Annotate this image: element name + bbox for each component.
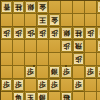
shogi-piece-sente[interactable]: 歩 [61, 66, 72, 78]
square-6-5[interactable] [37, 53, 49, 66]
square-1-7[interactable] [97, 79, 100, 92]
square-3-7[interactable]: 歩 [73, 79, 85, 92]
shogi-piece-gote[interactable]: 歩 [13, 27, 24, 39]
square-1-3[interactable]: 角 [97, 27, 100, 40]
square-8-6[interactable] [13, 66, 25, 79]
square-7-5[interactable] [25, 53, 37, 66]
shogi-board: 香桂銀金香王金歩歩歩歩歩銀桂歩角歩飛歩歩歩銀歩歩歩歩歩歩歩歩角玉銀飛香桂金金桂香 [0, 0, 100, 100]
square-4-1[interactable] [61, 1, 73, 14]
square-4-6[interactable]: 歩 [61, 66, 73, 79]
square-6-4[interactable] [37, 40, 49, 53]
shogi-piece-sente[interactable]: 歩 [97, 66, 100, 78]
square-1-2[interactable] [97, 14, 100, 27]
shogi-piece-sente[interactable]: 歩 [85, 66, 96, 78]
square-5-1[interactable] [49, 1, 61, 14]
square-2-7[interactable] [85, 79, 97, 92]
square-7-2[interactable] [25, 14, 37, 27]
shogi-piece-gote[interactable]: 金 [37, 1, 48, 13]
square-5-2[interactable]: 金 [49, 14, 61, 27]
square-8-8[interactable]: 角 [13, 92, 25, 100]
square-5-4[interactable] [49, 40, 61, 53]
square-5-5[interactable] [49, 53, 61, 66]
square-8-4[interactable] [13, 40, 25, 53]
square-9-3[interactable]: 歩 [1, 27, 13, 40]
square-4-2[interactable] [61, 14, 73, 27]
square-8-7[interactable]: 歩 [13, 79, 25, 92]
square-1-4[interactable]: 歩 [97, 40, 100, 53]
shogi-piece-sente[interactable]: 歩 [25, 66, 36, 78]
shogi-piece-sente[interactable]: 歩 [37, 79, 48, 91]
square-3-6[interactable] [73, 66, 85, 79]
square-9-4[interactable] [1, 40, 13, 53]
square-9-2[interactable] [1, 14, 13, 27]
shogi-piece-gote[interactable]: 桂 [13, 1, 24, 13]
shogi-piece-sente[interactable]: 歩 [1, 79, 12, 91]
shogi-piece-gote[interactable]: 歩 [61, 40, 72, 52]
square-3-2[interactable] [73, 14, 85, 27]
square-1-8[interactable] [97, 92, 100, 100]
square-6-7[interactable]: 歩 [37, 79, 49, 92]
square-7-4[interactable] [25, 40, 37, 53]
shogi-piece-gote[interactable]: 歩 [73, 53, 84, 65]
square-6-2[interactable]: 王 [37, 14, 49, 27]
shogi-piece-gote[interactable]: 香 [97, 1, 100, 13]
square-7-3[interactable]: 歩 [25, 27, 37, 40]
square-6-3[interactable]: 歩 [37, 27, 49, 40]
square-6-1[interactable]: 金 [37, 1, 49, 14]
shogi-piece-gote[interactable]: 歩 [1, 27, 12, 39]
shogi-piece-sente[interactable]: 角 [13, 92, 24, 100]
square-2-1[interactable] [85, 1, 97, 14]
square-1-6[interactable]: 歩 [97, 66, 100, 79]
square-8-2[interactable] [13, 14, 25, 27]
shogi-piece-sente[interactable]: 飛 [61, 92, 72, 100]
square-7-7[interactable] [25, 79, 37, 92]
screenshot-stage: 香桂銀金香王金歩歩歩歩歩銀桂歩角歩飛歩歩歩銀歩歩歩歩歩歩歩歩角玉銀飛香桂金金桂香 [0, 0, 100, 100]
square-7-1[interactable]: 銀 [25, 1, 37, 14]
square-1-5[interactable] [97, 53, 100, 66]
shogi-piece-gote[interactable]: 歩 [97, 40, 100, 52]
square-3-8[interactable] [73, 92, 85, 100]
square-9-8[interactable] [1, 92, 13, 100]
shogi-piece-sente[interactable]: 銀 [37, 92, 48, 100]
square-8-5[interactable] [13, 53, 25, 66]
shogi-piece-sente[interactable]: 歩 [49, 79, 60, 91]
square-9-1[interactable]: 香 [1, 1, 13, 14]
shogi-piece-gote[interactable]: 銀 [25, 1, 36, 13]
square-7-8[interactable]: 玉 [25, 92, 37, 100]
square-2-5[interactable] [85, 53, 97, 66]
square-9-6[interactable] [1, 66, 13, 79]
square-5-7[interactable]: 歩 [49, 79, 61, 92]
square-3-4[interactable]: 飛 [73, 40, 85, 53]
shogi-piece-gote[interactable]: 歩 [49, 27, 60, 39]
square-3-5[interactable]: 歩 [73, 53, 85, 66]
square-2-3[interactable]: 歩 [85, 27, 97, 40]
shogi-piece-gote[interactable]: 香 [1, 1, 12, 13]
square-5-6[interactable]: 銀 [49, 66, 61, 79]
shogi-piece-sente[interactable]: 玉 [25, 92, 36, 100]
square-4-5[interactable] [61, 53, 73, 66]
shogi-piece-sente[interactable]: 銀 [49, 66, 60, 78]
square-2-4[interactable] [85, 40, 97, 53]
square-8-1[interactable]: 桂 [13, 1, 25, 14]
hoshi-dot [33, 33, 35, 35]
square-6-6[interactable] [37, 66, 49, 79]
shogi-piece-sente[interactable]: 歩 [13, 79, 24, 91]
shogi-piece-gote[interactable]: 歩 [85, 27, 96, 39]
shogi-piece-sente[interactable]: 歩 [73, 79, 84, 91]
shogi-piece-gote[interactable]: 金 [49, 14, 60, 26]
square-2-2[interactable] [85, 14, 97, 27]
square-9-7[interactable]: 歩 [1, 79, 13, 92]
square-5-8[interactable] [49, 92, 61, 100]
square-5-3[interactable]: 歩 [49, 27, 61, 40]
square-1-1[interactable]: 香 [97, 1, 100, 14]
shogi-piece-gote[interactable]: 歩 [37, 27, 48, 39]
square-4-4[interactable]: 歩 [61, 40, 73, 53]
shogi-piece-gote[interactable]: 角 [97, 27, 100, 39]
square-4-8[interactable]: 飛 [61, 92, 73, 100]
shogi-piece-gote[interactable]: 飛 [73, 40, 84, 52]
square-3-3[interactable]: 桂 [73, 27, 85, 40]
square-2-6[interactable]: 歩 [85, 66, 97, 79]
shogi-piece-gote[interactable]: 王 [37, 14, 48, 26]
square-7-6[interactable]: 歩 [25, 66, 37, 79]
square-9-5[interactable] [1, 53, 13, 66]
shogi-piece-gote[interactable]: 桂 [73, 27, 84, 39]
square-8-3[interactable]: 歩 [13, 27, 25, 40]
square-3-1[interactable] [73, 1, 85, 14]
square-2-8[interactable] [85, 92, 97, 100]
square-6-8[interactable]: 銀 [37, 92, 49, 100]
square-4-7[interactable] [61, 79, 73, 92]
